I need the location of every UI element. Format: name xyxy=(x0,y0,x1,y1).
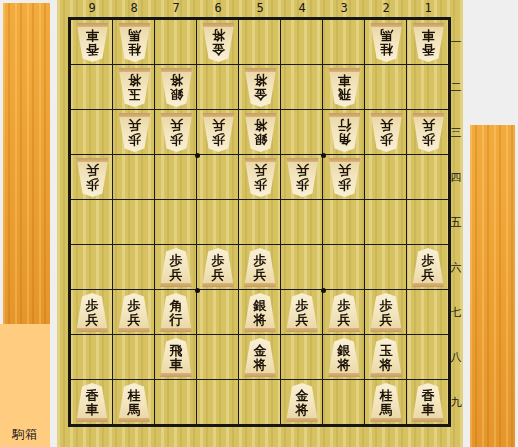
square-5-1[interactable] xyxy=(239,20,281,65)
file-label-5: 5 xyxy=(254,1,266,15)
square-3-1[interactable] xyxy=(323,20,365,65)
file-label-1: 1 xyxy=(422,1,434,15)
file-label-2: 2 xyxy=(380,1,392,15)
square-6-5[interactable] xyxy=(197,200,239,245)
sente-piece-stand xyxy=(470,125,515,447)
square-9-6[interactable] xyxy=(71,245,113,290)
square-8-4[interactable] xyxy=(113,155,155,200)
square-8-5[interactable] xyxy=(113,200,155,245)
board-panel: 987654321 一二三四五六七八九 香車桂馬金将桂馬香車玉将銀将金将飛車歩兵… xyxy=(57,0,463,447)
gote-piece-stand xyxy=(3,3,50,324)
square-4-1[interactable] xyxy=(281,20,323,65)
square-1-2[interactable] xyxy=(407,65,449,110)
square-5-9[interactable] xyxy=(239,380,281,425)
square-2-6[interactable] xyxy=(365,245,407,290)
hoshi-dot xyxy=(321,288,326,293)
hoshi-dot xyxy=(321,153,326,158)
shogi-board: 香車桂馬金将桂馬香車玉将銀将金将飛車歩兵歩兵歩兵銀将角行歩兵歩兵歩兵歩兵歩兵歩兵… xyxy=(68,17,451,427)
square-4-5[interactable] xyxy=(281,200,323,245)
square-3-5[interactable] xyxy=(323,200,365,245)
square-4-3[interactable] xyxy=(281,110,323,155)
hoshi-dot xyxy=(195,288,200,293)
square-4-2[interactable] xyxy=(281,65,323,110)
square-6-9[interactable] xyxy=(197,380,239,425)
shogi-app: 駒箱 987654321 一二三四五六七八九 香車桂馬金将桂馬香車玉将銀将金将飛… xyxy=(0,0,518,447)
file-label-7: 7 xyxy=(170,1,182,15)
square-9-3[interactable] xyxy=(71,110,113,155)
square-2-5[interactable] xyxy=(365,200,407,245)
square-4-6[interactable] xyxy=(281,245,323,290)
square-8-8[interactable] xyxy=(113,335,155,380)
square-6-7[interactable] xyxy=(197,290,239,335)
square-8-6[interactable] xyxy=(113,245,155,290)
square-9-8[interactable] xyxy=(71,335,113,380)
square-3-9[interactable] xyxy=(323,380,365,425)
square-9-2[interactable] xyxy=(71,65,113,110)
square-1-8[interactable] xyxy=(407,335,449,380)
hoshi-dot xyxy=(195,153,200,158)
file-label-9: 9 xyxy=(86,1,98,15)
square-7-4[interactable] xyxy=(155,155,197,200)
square-7-9[interactable] xyxy=(155,380,197,425)
square-1-4[interactable] xyxy=(407,155,449,200)
square-1-7[interactable] xyxy=(407,290,449,335)
square-7-5[interactable] xyxy=(155,200,197,245)
square-6-8[interactable] xyxy=(197,335,239,380)
square-2-2[interactable] xyxy=(365,65,407,110)
piece-box-label: 駒箱 xyxy=(12,426,38,443)
square-9-5[interactable] xyxy=(71,200,113,245)
square-7-1[interactable] xyxy=(155,20,197,65)
square-1-5[interactable] xyxy=(407,200,449,245)
square-6-4[interactable] xyxy=(197,155,239,200)
square-3-6[interactable] xyxy=(323,245,365,290)
square-5-5[interactable] xyxy=(239,200,281,245)
file-label-8: 8 xyxy=(128,1,140,15)
file-label-4: 4 xyxy=(296,1,308,15)
file-label-6: 6 xyxy=(212,1,224,15)
square-2-4[interactable] xyxy=(365,155,407,200)
file-label-3: 3 xyxy=(338,1,350,15)
square-6-2[interactable] xyxy=(197,65,239,110)
square-4-8[interactable] xyxy=(281,335,323,380)
